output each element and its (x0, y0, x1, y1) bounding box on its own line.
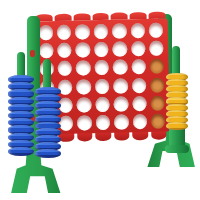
cell-r2c5[interactable] (111, 41, 129, 59)
empty-hole (133, 114, 148, 129)
empty-hole (77, 97, 92, 112)
cell-r4c6[interactable] (130, 76, 148, 94)
empty-hole (94, 24, 109, 39)
empty-hole (114, 114, 129, 129)
board-edge-bump (77, 132, 93, 141)
cell-r6c3[interactable] (76, 114, 94, 132)
empty-hole (94, 42, 109, 57)
empty-hole (151, 113, 166, 128)
cell-r2c2[interactable] (56, 42, 74, 60)
empty-hole (77, 115, 92, 130)
blue-disc-stack-outer[interactable] (8, 75, 34, 156)
empty-hole (75, 24, 90, 39)
cell-r3c6[interactable] (130, 58, 148, 76)
cell-r2c7[interactable] (148, 40, 166, 58)
cell-r2c6[interactable] (129, 40, 147, 58)
cell-r5c3[interactable] (75, 96, 93, 114)
cell-r5c4[interactable] (94, 95, 112, 113)
blue-disc-ring[interactable] (8, 147, 34, 156)
empty-hole (150, 77, 165, 92)
cell-r6c6[interactable] (131, 113, 149, 131)
empty-hole (94, 60, 109, 75)
empty-hole (114, 96, 129, 111)
empty-hole (150, 59, 165, 74)
empty-hole (132, 96, 147, 111)
empty-hole (57, 43, 72, 58)
empty-hole (59, 116, 74, 131)
empty-hole (130, 23, 145, 38)
cell-r3c3[interactable] (74, 60, 92, 78)
empty-hole (131, 41, 146, 56)
cell-r5c6[interactable] (131, 95, 149, 113)
cell-r2c3[interactable] (74, 41, 92, 59)
board-edge-bump (114, 131, 130, 140)
cell-r4c7[interactable] (149, 76, 167, 94)
cell-r3c7[interactable] (148, 58, 166, 76)
empty-hole (57, 25, 72, 40)
cell-r5c7[interactable] (149, 94, 167, 112)
yellow-disc-ring[interactable] (166, 122, 188, 130)
empty-hole (95, 97, 110, 112)
empty-hole (113, 60, 128, 75)
cell-r6c4[interactable] (94, 114, 112, 132)
cell-r5c5[interactable] (112, 95, 130, 113)
blue-disc-stack-inner[interactable] (35, 87, 61, 158)
empty-hole (38, 25, 53, 40)
yellow-disc-stack[interactable] (166, 73, 188, 130)
blue-disc-ring[interactable] (35, 149, 61, 158)
empty-hole (58, 61, 73, 76)
empty-hole (112, 23, 127, 38)
empty-hole (132, 78, 147, 93)
cell-r3c5[interactable] (111, 59, 129, 77)
empty-hole (76, 61, 91, 76)
cell-r6c5[interactable] (112, 113, 130, 131)
empty-hole (96, 115, 111, 130)
red-peg (30, 50, 35, 57)
cell-r4c3[interactable] (75, 78, 93, 96)
empty-hole (76, 42, 91, 57)
cell-r3c2[interactable] (56, 60, 74, 78)
empty-hole (149, 23, 164, 38)
empty-hole (112, 42, 127, 57)
cell-r3c4[interactable] (93, 59, 111, 77)
cell-r1c5[interactable] (110, 22, 128, 40)
cell-r1c3[interactable] (74, 23, 92, 41)
empty-hole (149, 41, 164, 56)
board-edge-bump (95, 132, 111, 141)
cell-r2c4[interactable] (92, 41, 110, 59)
cell-r1c6[interactable] (129, 22, 147, 40)
cell-r1c2[interactable] (55, 24, 73, 42)
giant-connect-four-set (0, 0, 200, 200)
empty-hole (131, 59, 146, 74)
cell-r6c7[interactable] (149, 112, 167, 130)
empty-hole (39, 43, 54, 58)
board-edge-bump (151, 131, 167, 140)
empty-hole (113, 78, 128, 93)
right-stack-pedestal-cap (165, 145, 189, 153)
empty-hole (95, 78, 110, 93)
empty-hole (151, 95, 166, 110)
board-edge-bump (132, 131, 148, 140)
cell-r1c4[interactable] (92, 23, 110, 41)
cell-r1c7[interactable] (147, 22, 165, 40)
cell-r4c5[interactable] (112, 77, 130, 95)
cell-r4c4[interactable] (93, 77, 111, 95)
empty-hole (76, 79, 91, 94)
